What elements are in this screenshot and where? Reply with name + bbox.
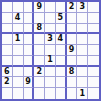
cell-r6c6[interactable] <box>56 56 67 67</box>
cell-r4c2[interactable]: 1 <box>13 34 24 45</box>
cell-r8c6[interactable] <box>56 77 67 88</box>
cell-r6c7[interactable] <box>67 56 78 67</box>
cell-r8c3[interactable]: 9 <box>24 77 35 88</box>
cell-r2c6[interactable]: 5 <box>56 13 67 24</box>
cell-r9c5[interactable] <box>45 88 56 99</box>
cell-r8c2[interactable] <box>13 77 24 88</box>
cell-r4c9[interactable] <box>88 34 99 45</box>
cell-r6c9[interactable] <box>88 56 99 67</box>
cell-r4c3[interactable] <box>24 34 35 45</box>
cell-r5c4[interactable] <box>34 45 45 56</box>
cell-r2c4[interactable] <box>34 13 45 24</box>
cell-r3c7[interactable] <box>67 24 78 35</box>
cell-r7c8[interactable] <box>77 67 88 78</box>
cell-r8c9[interactable] <box>88 77 99 88</box>
cell-r2c3[interactable] <box>24 13 35 24</box>
cell-r5c2[interactable] <box>13 45 24 56</box>
cell-r1c2[interactable] <box>13 2 24 13</box>
cell-r3c8[interactable] <box>77 24 88 35</box>
cell-r2c2[interactable]: 4 <box>13 13 24 24</box>
cell-r9c9[interactable] <box>88 88 99 99</box>
cell-r2c5[interactable] <box>45 13 56 24</box>
cell-r2c7[interactable] <box>67 13 78 24</box>
cell-r8c1[interactable]: 2 <box>2 77 13 88</box>
cell-r6c2[interactable] <box>13 56 24 67</box>
cell-r3c9[interactable] <box>88 24 99 35</box>
cell-r7c2[interactable] <box>13 67 24 78</box>
cell-r6c4[interactable] <box>34 56 45 67</box>
cell-r7c9[interactable] <box>88 67 99 78</box>
cell-r5c6[interactable] <box>56 45 67 56</box>
cell-r9c8[interactable]: 1 <box>77 88 88 99</box>
cell-r3c3[interactable] <box>24 24 35 35</box>
cell-r1c3[interactable] <box>24 2 35 13</box>
cell-r3c4[interactable]: 8 <box>34 24 45 35</box>
cell-r4c4[interactable] <box>34 34 45 45</box>
cell-r7c5[interactable] <box>45 67 56 78</box>
cell-r5c3[interactable] <box>24 45 35 56</box>
cell-r3c5[interactable] <box>45 24 56 35</box>
cell-r9c2[interactable] <box>13 88 24 99</box>
cell-r7c4[interactable]: 2 <box>34 67 45 78</box>
cell-r2c1[interactable] <box>2 13 13 24</box>
cell-r2c9[interactable] <box>88 13 99 24</box>
cell-r1c4[interactable]: 9 <box>34 2 45 13</box>
cell-r8c4[interactable] <box>34 77 45 88</box>
cell-r9c3[interactable] <box>24 88 35 99</box>
cell-r1c9[interactable] <box>88 2 99 13</box>
cell-r1c1[interactable] <box>2 2 13 13</box>
cell-r5c9[interactable] <box>88 45 99 56</box>
cell-r9c1[interactable] <box>2 88 13 99</box>
cell-r3c1[interactable] <box>2 24 13 35</box>
cell-r1c7[interactable]: 2 <box>67 2 78 13</box>
cell-r4c5[interactable]: 3 <box>45 34 56 45</box>
cell-r5c1[interactable] <box>2 45 13 56</box>
cell-r8c5[interactable] <box>45 77 56 88</box>
cell-r4c6[interactable]: 4 <box>56 34 67 45</box>
cell-r4c8[interactable] <box>77 34 88 45</box>
cell-r7c1[interactable]: 6 <box>2 67 13 78</box>
cell-r4c1[interactable] <box>2 34 13 45</box>
cell-r3c2[interactable] <box>13 24 24 35</box>
cell-r1c8[interactable]: 3 <box>77 2 88 13</box>
cell-r6c1[interactable] <box>2 56 13 67</box>
cell-r1c5[interactable] <box>45 2 56 13</box>
cell-r6c3[interactable] <box>24 56 35 67</box>
cell-r4c7[interactable] <box>67 34 78 45</box>
cell-r2c8[interactable] <box>77 13 88 24</box>
cell-r6c5[interactable]: 1 <box>45 56 56 67</box>
cell-r7c3[interactable] <box>24 67 35 78</box>
cell-r1c6[interactable] <box>56 2 67 13</box>
cell-r9c7[interactable] <box>67 88 78 99</box>
cell-r3c6[interactable] <box>56 24 67 35</box>
cell-r7c7[interactable]: 8 <box>67 67 78 78</box>
cell-r9c6[interactable] <box>56 88 67 99</box>
cell-r5c8[interactable] <box>77 45 88 56</box>
cell-r7c6[interactable] <box>56 67 67 78</box>
cell-r5c7[interactable]: 9 <box>67 45 78 56</box>
sudoku-board: 92345813491628291 <box>0 0 101 101</box>
cell-r9c4[interactable] <box>34 88 45 99</box>
cell-r5c5[interactable] <box>45 45 56 56</box>
cell-r8c8[interactable] <box>77 77 88 88</box>
cell-r8c7[interactable] <box>67 77 78 88</box>
cell-r6c8[interactable] <box>77 56 88 67</box>
